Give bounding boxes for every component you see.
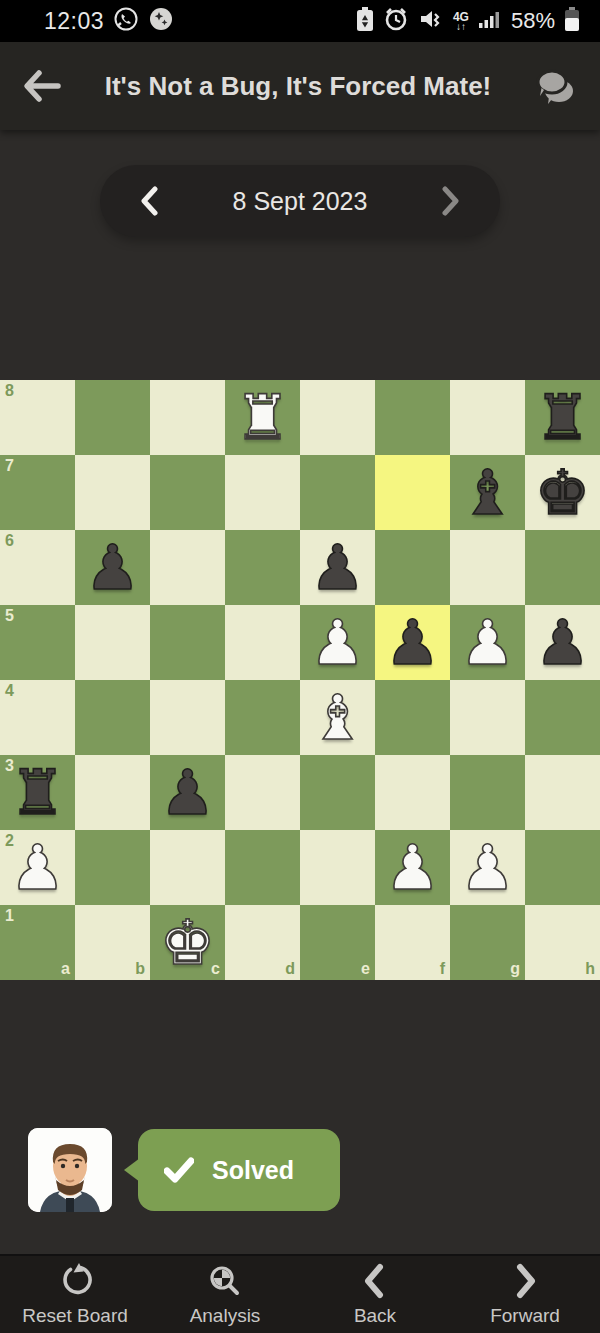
square-d1[interactable]: d [225,905,300,980]
square-c2[interactable] [150,830,225,905]
prev-date-chevron-icon[interactable] [138,186,160,216]
avatar[interactable] [28,1128,112,1212]
sparkle-app-icon [148,6,174,36]
solved-row: Solved [0,1128,340,1212]
black-bishop-g7[interactable]: ♝ [450,455,525,530]
square-c6[interactable] [150,530,225,605]
rank-label-5: 5 [5,608,14,624]
square-h2[interactable] [525,830,600,905]
square-f5[interactable]: ♟ [375,605,450,680]
file-label-f: f [440,961,445,977]
file-label-g: g [510,961,520,977]
alarm-icon [383,6,409,36]
black-pawn-f5[interactable]: ♟ [375,605,450,680]
square-f6[interactable] [375,530,450,605]
square-h3[interactable] [525,755,600,830]
forward-label: Forward [490,1306,560,1325]
square-c7[interactable] [150,455,225,530]
status-left: 12:03 [14,6,174,36]
analysis-label: Analysis [190,1306,261,1325]
square-a5[interactable]: 5 [0,605,75,680]
rank-label-8: 8 [5,383,14,399]
forward-button[interactable]: Forward [450,1256,600,1333]
whatsapp-icon [113,6,139,36]
square-a8[interactable]: 8 [0,380,75,455]
square-e7[interactable] [300,455,375,530]
file-label-e: e [361,961,370,977]
file-label-h: h [585,961,595,977]
file-label-b: b [135,961,145,977]
square-c4[interactable] [150,680,225,755]
status-right: 4G ↓↑ 58% [356,6,586,36]
reset-board-label: Reset Board [22,1306,128,1325]
square-c1[interactable]: c♚ [150,905,225,980]
back-button[interactable]: Back [300,1256,450,1333]
square-h4[interactable] [525,680,600,755]
square-c5[interactable] [150,605,225,680]
black-pawn-b6[interactable]: ♟ [75,530,150,605]
square-e8[interactable] [300,380,375,455]
white-rook-d8[interactable]: ♜ [225,380,300,455]
header: It's Not a Bug, It's Forced Mate! [0,42,600,130]
square-f4[interactable] [375,680,450,755]
square-e3[interactable] [300,755,375,830]
rank-label-4: 4 [5,683,14,699]
white-pawn-a2[interactable]: ♟ [0,830,75,905]
square-g8[interactable] [450,380,525,455]
square-e1[interactable]: e [300,905,375,980]
status-bar: 12:03 4G ↓↑ 58% [0,0,600,42]
square-g3[interactable] [450,755,525,830]
square-b4[interactable] [75,680,150,755]
square-d5[interactable] [225,605,300,680]
page-title: It's Not a Bug, It's Forced Mate! [62,71,534,102]
square-g1[interactable]: g [450,905,525,980]
square-b8[interactable] [75,380,150,455]
reset-board-button[interactable]: Reset Board [0,1256,150,1333]
square-b5[interactable] [75,605,150,680]
black-rook-h8[interactable]: ♜ [525,380,600,455]
square-d6[interactable] [225,530,300,605]
square-a3[interactable]: 3♜ [0,755,75,830]
date-selector: 8 Sept 2023 [100,165,500,237]
rank-label-7: 7 [5,458,14,474]
white-king-c1[interactable]: ♚ [150,905,225,980]
square-b1[interactable]: b [75,905,150,980]
square-h5[interactable]: ♟ [525,605,600,680]
black-pawn-c3[interactable]: ♟ [150,755,225,830]
file-label-a: a [61,961,70,977]
square-d3[interactable] [225,755,300,830]
black-pawn-e6[interactable]: ♟ [300,530,375,605]
square-h6[interactable] [525,530,600,605]
square-a7[interactable]: 7 [0,455,75,530]
square-g2[interactable]: ♟ [450,830,525,905]
square-f1[interactable]: f [375,905,450,980]
file-label-d: d [285,961,295,977]
chat-icon[interactable] [534,67,578,105]
white-bishop-e4[interactable]: ♝ [300,680,375,755]
next-date-chevron-icon[interactable] [440,186,462,216]
white-pawn-g5[interactable]: ♟ [450,605,525,680]
network-4g-icon: 4G ↓↑ [453,11,469,32]
square-a4[interactable]: 4 [0,680,75,755]
square-g4[interactable] [450,680,525,755]
square-c8[interactable] [150,380,225,455]
back-label: Back [354,1306,396,1325]
square-h1[interactable]: h [525,905,600,980]
battery-icon [564,6,580,36]
square-f7[interactable] [375,455,450,530]
analysis-magnifier-icon [207,1263,243,1302]
square-d8[interactable]: ♜ [225,380,300,455]
square-e5[interactable]: ♟ [300,605,375,680]
square-h7[interactable]: ♚ [525,455,600,530]
back-arrow-icon[interactable] [22,69,62,103]
square-a2[interactable]: 2♟ [0,830,75,905]
mute-icon [418,6,444,36]
main-content: 8 Sept 2023 8♜♜7♝♚6♟♟5♟♟♟♟4♝3♜♟2♟♟♟1abc♚… [0,130,600,1254]
solved-bubble: Solved [124,1129,340,1211]
black-king-h7[interactable]: ♚ [525,455,600,530]
square-g6[interactable] [450,530,525,605]
chevron-right-icon [507,1263,543,1302]
square-c3[interactable]: ♟ [150,755,225,830]
solved-badge: Solved [138,1129,340,1211]
square-d7[interactable] [225,455,300,530]
white-pawn-f2[interactable]: ♟ [375,830,450,905]
square-d4[interactable] [225,680,300,755]
white-pawn-e5[interactable]: ♟ [300,605,375,680]
square-b2[interactable] [75,830,150,905]
rank-label-6: 6 [5,533,14,549]
square-a1[interactable]: 1a [0,905,75,980]
square-b6[interactable]: ♟ [75,530,150,605]
clock-text: 12:03 [44,8,104,35]
square-g7[interactable]: ♝ [450,455,525,530]
square-b7[interactable] [75,455,150,530]
solved-label: Solved [212,1156,294,1185]
square-e6[interactable]: ♟ [300,530,375,605]
rotate-ccw-icon [57,1263,93,1302]
date-label: 8 Sept 2023 [233,187,368,216]
chess-board[interactable]: 8♜♜7♝♚6♟♟5♟♟♟♟4♝3♜♟2♟♟♟1abc♚defgh [0,380,600,980]
black-pawn-h5[interactable]: ♟ [525,605,600,680]
analysis-button[interactable]: Analysis [150,1256,300,1333]
square-a6[interactable]: 6 [0,530,75,605]
black-rook-a3[interactable]: ♜ [0,755,75,830]
signal-bars-icon [478,7,502,35]
rank-label-1: 1 [5,908,14,924]
square-b3[interactable] [75,755,150,830]
square-f2[interactable]: ♟ [375,830,450,905]
square-f8[interactable] [375,380,450,455]
battery-percent-text: 58% [511,8,555,34]
bottom-nav: Reset Board Analysis Back Forward [0,1254,600,1333]
square-e2[interactable] [300,830,375,905]
square-f3[interactable] [375,755,450,830]
check-icon [164,1157,194,1183]
battery-saver-icon [356,6,374,36]
square-e4[interactable]: ♝ [300,680,375,755]
white-pawn-g2[interactable]: ♟ [450,830,525,905]
chevron-left-icon [357,1263,393,1302]
square-h8[interactable]: ♜ [525,380,600,455]
square-d2[interactable] [225,830,300,905]
square-g5[interactable]: ♟ [450,605,525,680]
